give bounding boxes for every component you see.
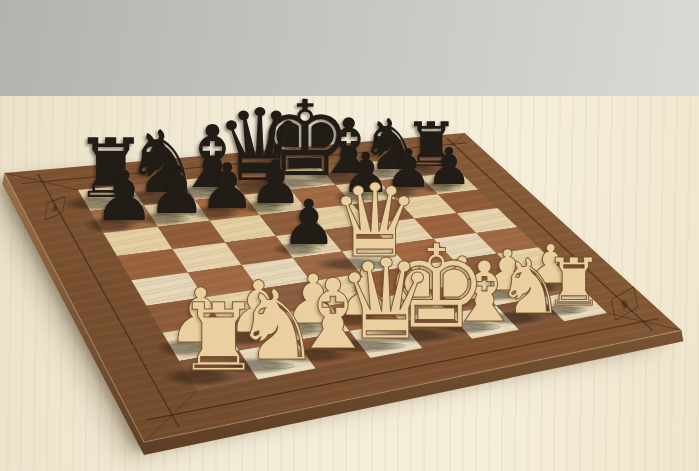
chess-board [0, 0, 699, 471]
photo-scene: ♜♞♝♚♛♟♟♝♟♞♜♟♟♟♟♟♛♟♟♟♜♟♞♟♝♟♚♟♛♟♝♞♜♞♞ [0, 0, 699, 471]
